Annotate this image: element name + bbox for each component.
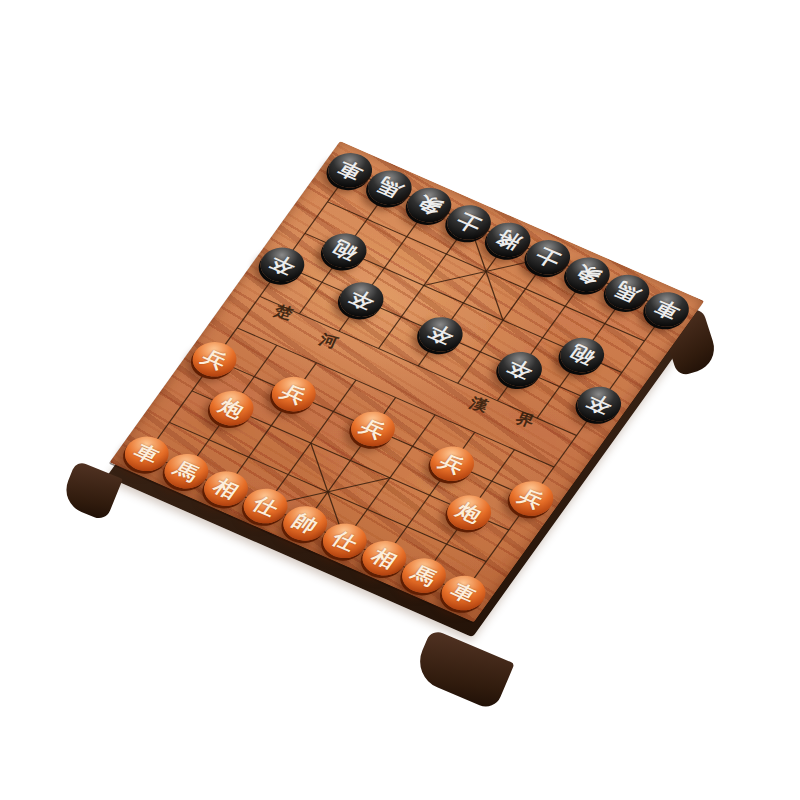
piece-glyph: 車 — [651, 297, 683, 322]
piece-glyph: 象 — [413, 192, 445, 217]
piece-glyph: 仕 — [329, 528, 361, 553]
piece-glyph: 士 — [532, 245, 564, 270]
river-character: 楚 — [271, 302, 297, 323]
piece-glyph: 卒 — [583, 391, 615, 416]
scene: 楚河漢界 車馬象士將士象馬車砲砲卒卒卒卒卒兵兵兵兵兵炮炮車馬相仕帥仕相馬車 — [0, 0, 800, 800]
piece-glyph: 馬 — [374, 175, 406, 200]
piece-glyph: 炮 — [453, 500, 485, 525]
piece-glyph: 兵 — [198, 347, 230, 372]
piece-glyph: 卒 — [504, 357, 536, 382]
piece-glyph: 馬 — [611, 279, 643, 304]
piece-glyph: 帥 — [289, 511, 321, 536]
piece-glyph: 馬 — [170, 459, 202, 484]
piece-glyph: 兵 — [515, 486, 547, 511]
river-character: 河 — [315, 331, 340, 352]
piece-glyph: 馬 — [408, 563, 440, 588]
piece-glyph: 仕 — [249, 493, 281, 518]
piece-glyph: 車 — [334, 158, 366, 183]
board-surface: 楚河漢界 車馬象士將士象馬車砲砲卒卒卒卒卒兵兵兵兵兵炮炮車馬相仕帥仕相馬車 — [109, 141, 704, 622]
piece-glyph: 炮 — [215, 396, 247, 421]
river-character: 漢 — [466, 394, 492, 415]
piece-glyph: 卒 — [425, 322, 457, 347]
piece-glyph: 兵 — [436, 451, 468, 476]
piece-glyph: 將 — [492, 227, 524, 252]
stand-foot-front — [411, 628, 514, 711]
piece-glyph: 車 — [131, 441, 163, 466]
piece-glyph: 士 — [453, 210, 485, 235]
river-character: 界 — [512, 409, 538, 430]
piece-glyph: 相 — [210, 476, 242, 501]
piece-glyph: 砲 — [328, 238, 360, 263]
piece-glyph: 砲 — [566, 342, 598, 367]
piece-glyph: 車 — [447, 580, 479, 605]
piece-glyph: 卒 — [345, 287, 377, 312]
piece-glyph: 兵 — [278, 381, 310, 406]
board-grid: 楚河漢界 — [109, 141, 704, 622]
piece-glyph: 象 — [572, 262, 604, 287]
piece-glyph: 卒 — [266, 252, 298, 277]
piece-glyph: 相 — [368, 546, 400, 571]
piece-glyph: 兵 — [357, 416, 389, 441]
